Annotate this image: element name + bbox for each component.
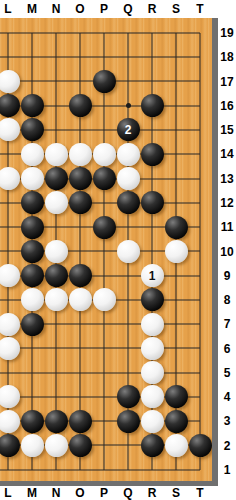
white-stone-L7	[0, 313, 20, 336]
intersection-N3[interactable]	[44, 409, 68, 433]
black-stone-O12	[69, 191, 92, 214]
intersection-S18[interactable]	[164, 45, 188, 69]
intersection-M1[interactable]	[20, 458, 44, 482]
intersection-N17[interactable]	[44, 69, 68, 93]
intersection-M9[interactable]	[20, 263, 44, 287]
intersection-M6[interactable]	[20, 336, 44, 360]
intersection-N7[interactable]	[44, 312, 68, 336]
intersection-N12[interactable]	[44, 191, 68, 215]
intersection-P1[interactable]	[92, 458, 116, 482]
intersection-Q3[interactable]	[116, 409, 140, 433]
intersection-T15[interactable]	[188, 118, 212, 142]
intersection-L19[interactable]	[0, 21, 20, 45]
intersection-M11[interactable]	[20, 215, 44, 239]
intersection-L3[interactable]	[0, 409, 20, 433]
intersection-Q1[interactable]	[116, 458, 140, 482]
intersection-T8[interactable]	[188, 288, 212, 312]
white-stone-L17	[0, 70, 20, 93]
intersection-N9[interactable]	[44, 263, 68, 287]
board-grid: 21	[0, 21, 212, 482]
intersection-T17[interactable]	[188, 69, 212, 93]
black-stone-M7	[21, 313, 44, 336]
row-label-2: 2	[224, 439, 231, 453]
white-stone-M8	[21, 288, 44, 311]
intersection-O13[interactable]	[68, 166, 92, 190]
black-stone-P17	[93, 70, 116, 93]
black-stone-O3	[69, 410, 92, 433]
intersection-P7[interactable]	[92, 312, 116, 336]
col-label-bottom-L: L	[4, 486, 11, 500]
white-stone-R7	[141, 313, 164, 336]
intersection-P2[interactable]	[92, 433, 116, 457]
intersection-T7[interactable]	[188, 312, 212, 336]
col-label-bottom-Q: Q	[123, 486, 132, 500]
intersection-M17[interactable]	[20, 69, 44, 93]
intersection-N19[interactable]	[44, 21, 68, 45]
intersection-T14[interactable]	[188, 142, 212, 166]
intersection-P15[interactable]	[92, 118, 116, 142]
intersection-R3[interactable]	[140, 409, 164, 433]
white-stone-N8	[45, 288, 68, 311]
intersection-O7[interactable]	[68, 312, 92, 336]
col-label-top-L: L	[4, 2, 11, 16]
black-stone-N3	[45, 410, 68, 433]
intersection-M12[interactable]	[20, 191, 44, 215]
intersection-L11[interactable]	[0, 215, 20, 239]
go-board: 21	[0, 18, 212, 481]
white-stone-Q10	[117, 240, 140, 263]
col-label-top-N: N	[52, 2, 61, 16]
column-labels-bottom: LMNOPQRST	[0, 486, 236, 500]
intersection-P9[interactable]	[92, 263, 116, 287]
white-stone-S10	[165, 240, 188, 263]
white-stone-O8	[69, 288, 92, 311]
intersection-P13[interactable]	[92, 166, 116, 190]
intersection-Q17[interactable]	[116, 69, 140, 93]
black-stone-R2	[141, 434, 164, 457]
black-stone-O2	[69, 434, 92, 457]
intersection-M19[interactable]	[20, 21, 44, 45]
black-stone-R12	[141, 191, 164, 214]
intersection-L5[interactable]	[0, 361, 20, 385]
black-stone-R16	[141, 94, 164, 117]
intersection-S11[interactable]	[164, 215, 188, 239]
row-label-15: 15	[220, 123, 233, 137]
intersection-T11[interactable]	[188, 215, 212, 239]
row-labels-right: 19181716151413121110987654321	[218, 0, 236, 500]
intersection-S1[interactable]	[164, 458, 188, 482]
intersection-S9[interactable]	[164, 263, 188, 287]
intersection-Q2[interactable]	[116, 433, 140, 457]
intersection-T13[interactable]	[188, 166, 212, 190]
white-stone-P14	[93, 143, 116, 166]
intersection-L6[interactable]	[0, 336, 20, 360]
intersection-P12[interactable]	[92, 191, 116, 215]
intersection-Q8[interactable]	[116, 288, 140, 312]
black-stone-M3	[21, 410, 44, 433]
col-label-bottom-S: S	[172, 486, 180, 500]
intersection-S10[interactable]	[164, 239, 188, 263]
intersection-T1[interactable]	[188, 458, 212, 482]
white-stone-N14	[45, 143, 68, 166]
star-point-Q16	[126, 103, 131, 108]
intersection-S12[interactable]	[164, 191, 188, 215]
intersection-N6[interactable]	[44, 336, 68, 360]
intersection-O2[interactable]	[68, 433, 92, 457]
intersection-M4[interactable]	[20, 385, 44, 409]
black-stone-L16	[0, 94, 20, 117]
row-label-3: 3	[224, 414, 231, 428]
row-label-11: 11	[221, 220, 234, 234]
intersection-Q18[interactable]	[116, 45, 140, 69]
row-label-18: 18	[220, 50, 233, 64]
row-label-8: 8	[224, 293, 231, 307]
white-stone-N2	[45, 434, 68, 457]
white-stone-R9: 1	[141, 264, 164, 287]
go-board-viewer: 21 LMNOPQRST 191817161514131211109876543…	[0, 0, 236, 500]
intersection-L9[interactable]	[0, 263, 20, 287]
intersection-L12[interactable]	[0, 191, 20, 215]
intersection-O15[interactable]	[68, 118, 92, 142]
intersection-Q5[interactable]	[116, 361, 140, 385]
black-stone-T2	[189, 434, 212, 457]
white-stone-L13	[0, 167, 20, 190]
intersection-R19[interactable]	[140, 21, 164, 45]
black-stone-R14	[141, 143, 164, 166]
intersection-Q14[interactable]	[116, 142, 140, 166]
black-stone-M10	[21, 240, 44, 263]
intersection-M10[interactable]	[20, 239, 44, 263]
intersection-N11[interactable]	[44, 215, 68, 239]
intersection-T3[interactable]	[188, 409, 212, 433]
black-stone-O9	[69, 264, 92, 287]
intersection-N10[interactable]	[44, 239, 68, 263]
intersection-O6[interactable]	[68, 336, 92, 360]
black-stone-M11	[21, 216, 44, 239]
intersection-O16[interactable]	[68, 94, 92, 118]
intersection-O5[interactable]	[68, 361, 92, 385]
intersection-L17[interactable]	[0, 69, 20, 93]
intersection-L10[interactable]	[0, 239, 20, 263]
intersection-S2[interactable]	[164, 433, 188, 457]
intersection-T6[interactable]	[188, 336, 212, 360]
intersection-L16[interactable]	[0, 94, 20, 118]
intersection-P5[interactable]	[92, 361, 116, 385]
intersection-Q6[interactable]	[116, 336, 140, 360]
black-stone-S4	[165, 385, 188, 408]
black-stone-L2	[0, 434, 20, 457]
intersection-L2[interactable]	[0, 433, 20, 457]
intersection-P16[interactable]	[92, 94, 116, 118]
col-label-top-R: R	[148, 2, 157, 16]
intersection-O1[interactable]	[68, 458, 92, 482]
intersection-S14[interactable]	[164, 142, 188, 166]
intersection-L8[interactable]	[0, 288, 20, 312]
intersection-Q10[interactable]	[116, 239, 140, 263]
intersection-N13[interactable]	[44, 166, 68, 190]
black-stone-M16	[21, 94, 44, 117]
white-stone-R5	[141, 361, 164, 384]
intersection-T2[interactable]	[188, 433, 212, 457]
col-label-top-Q: Q	[123, 2, 132, 16]
col-label-bottom-R: R	[148, 486, 157, 500]
intersection-Q12[interactable]	[116, 191, 140, 215]
white-stone-L15	[0, 118, 20, 141]
col-label-top-P: P	[100, 2, 108, 16]
intersection-S13[interactable]	[164, 166, 188, 190]
black-stone-N9	[45, 264, 68, 287]
right-divider	[212, 18, 218, 486]
black-stone-O16	[69, 94, 92, 117]
intersection-M5[interactable]	[20, 361, 44, 385]
intersection-Q15[interactable]: 2	[116, 118, 140, 142]
white-stone-R3	[141, 410, 164, 433]
black-stone-Q12	[117, 191, 140, 214]
white-stone-Q14	[117, 143, 140, 166]
intersection-R7[interactable]	[140, 312, 164, 336]
black-stone-S11	[165, 216, 188, 239]
white-stone-M14	[21, 143, 44, 166]
intersection-T9[interactable]	[188, 263, 212, 287]
row-label-7: 7	[224, 317, 231, 331]
intersection-O12[interactable]	[68, 191, 92, 215]
intersection-R10[interactable]	[140, 239, 164, 263]
intersection-M13[interactable]	[20, 166, 44, 190]
intersection-P18[interactable]	[92, 45, 116, 69]
black-stone-O13	[69, 167, 92, 190]
col-label-bottom-P: P	[100, 486, 108, 500]
intersection-S16[interactable]	[164, 94, 188, 118]
col-label-bottom-N: N	[52, 486, 61, 500]
intersection-R16[interactable]	[140, 94, 164, 118]
intersection-M15[interactable]	[20, 118, 44, 142]
black-stone-Q15: 2	[117, 118, 140, 141]
intersection-R4[interactable]	[140, 385, 164, 409]
white-stone-L6	[0, 337, 20, 360]
intersection-T12[interactable]	[188, 191, 212, 215]
row-label-4: 4	[224, 390, 231, 404]
black-stone-Q3	[117, 410, 140, 433]
intersection-P17[interactable]	[92, 69, 116, 93]
intersection-R1[interactable]	[140, 458, 164, 482]
white-stone-L4	[0, 385, 20, 408]
intersection-S8[interactable]	[164, 288, 188, 312]
intersection-M16[interactable]	[20, 94, 44, 118]
intersection-L1[interactable]	[0, 458, 20, 482]
white-stone-O14	[69, 143, 92, 166]
row-label-19: 19	[220, 26, 233, 40]
intersection-O10[interactable]	[68, 239, 92, 263]
col-label-bottom-O: O	[75, 486, 84, 500]
intersection-L13[interactable]	[0, 166, 20, 190]
intersection-O17[interactable]	[68, 69, 92, 93]
intersection-M8[interactable]	[20, 288, 44, 312]
intersection-Q19[interactable]	[116, 21, 140, 45]
intersection-O4[interactable]	[68, 385, 92, 409]
intersection-P6[interactable]	[92, 336, 116, 360]
intersection-Q4[interactable]	[116, 385, 140, 409]
white-stone-Q13	[117, 167, 140, 190]
intersection-P3[interactable]	[92, 409, 116, 433]
white-stone-N10	[45, 240, 68, 263]
intersection-R13[interactable]	[140, 166, 164, 190]
intersection-M2[interactable]	[20, 433, 44, 457]
white-stone-S2	[165, 434, 188, 457]
row-label-10: 10	[220, 245, 233, 259]
intersection-N14[interactable]	[44, 142, 68, 166]
intersection-R17[interactable]	[140, 69, 164, 93]
row-label-12: 12	[220, 196, 233, 210]
white-stone-R4	[141, 385, 164, 408]
black-stone-M12	[21, 191, 44, 214]
intersection-L18[interactable]	[0, 45, 20, 69]
intersection-S17[interactable]	[164, 69, 188, 93]
col-label-top-S: S	[172, 2, 180, 16]
intersection-N1[interactable]	[44, 458, 68, 482]
black-stone-P11	[93, 216, 116, 239]
row-label-6: 6	[224, 342, 231, 356]
intersection-T10[interactable]	[188, 239, 212, 263]
intersection-R14[interactable]	[140, 142, 164, 166]
intersection-N5[interactable]	[44, 361, 68, 385]
black-stone-M15	[21, 118, 44, 141]
intersection-N18[interactable]	[44, 45, 68, 69]
intersection-R15[interactable]	[140, 118, 164, 142]
intersection-M3[interactable]	[20, 409, 44, 433]
intersection-T18[interactable]	[188, 45, 212, 69]
intersection-M18[interactable]	[20, 45, 44, 69]
row-label-16: 16	[220, 99, 233, 113]
intersection-T4[interactable]	[188, 385, 212, 409]
intersection-R5[interactable]	[140, 361, 164, 385]
intersection-S6[interactable]	[164, 336, 188, 360]
intersection-Q7[interactable]	[116, 312, 140, 336]
white-stone-L3	[0, 410, 20, 433]
intersection-P10[interactable]	[92, 239, 116, 263]
intersection-N16[interactable]	[44, 94, 68, 118]
row-label-14: 14	[220, 147, 233, 161]
col-label-top-M: M	[27, 2, 37, 16]
move-number-label-R9: 1	[149, 270, 156, 282]
black-stone-R8	[141, 288, 164, 311]
black-stone-M9	[21, 264, 44, 287]
intersection-O14[interactable]	[68, 142, 92, 166]
intersection-S7[interactable]	[164, 312, 188, 336]
intersection-Q16[interactable]	[116, 94, 140, 118]
move-number-label-Q15: 2	[125, 124, 132, 136]
intersection-S19[interactable]	[164, 21, 188, 45]
intersection-Q13[interactable]	[116, 166, 140, 190]
white-stone-R6	[141, 337, 164, 360]
intersection-L4[interactable]	[0, 385, 20, 409]
black-stone-S3	[165, 410, 188, 433]
intersection-S4[interactable]	[164, 385, 188, 409]
intersection-R12[interactable]	[140, 191, 164, 215]
intersection-L7[interactable]	[0, 312, 20, 336]
intersection-T16[interactable]	[188, 94, 212, 118]
intersection-S15[interactable]	[164, 118, 188, 142]
black-stone-P13	[93, 167, 116, 190]
black-stone-Q4	[117, 385, 140, 408]
intersection-R2[interactable]	[140, 433, 164, 457]
intersection-L14[interactable]	[0, 142, 20, 166]
col-label-top-T: T	[196, 2, 203, 16]
intersection-R8[interactable]	[140, 288, 164, 312]
intersection-O11[interactable]	[68, 215, 92, 239]
intersection-M7[interactable]	[20, 312, 44, 336]
white-stone-L9	[0, 264, 20, 287]
row-label-5: 5	[224, 366, 231, 380]
intersection-O8[interactable]	[68, 288, 92, 312]
intersection-S3[interactable]	[164, 409, 188, 433]
intersection-R6[interactable]	[140, 336, 164, 360]
intersection-O19[interactable]	[68, 21, 92, 45]
intersection-T19[interactable]	[188, 21, 212, 45]
bottom-divider	[0, 481, 218, 486]
white-stone-M2	[21, 434, 44, 457]
white-stone-M13	[21, 167, 44, 190]
intersection-P14[interactable]	[92, 142, 116, 166]
row-label-9: 9	[224, 269, 231, 283]
intersection-O3[interactable]	[68, 409, 92, 433]
intersection-M14[interactable]	[20, 142, 44, 166]
intersection-P19[interactable]	[92, 21, 116, 45]
intersection-O9[interactable]	[68, 263, 92, 287]
white-stone-P8	[93, 288, 116, 311]
col-label-bottom-M: M	[27, 486, 37, 500]
column-labels-top: LMNOPQRST	[0, 0, 236, 18]
intersection-O18[interactable]	[68, 45, 92, 69]
intersection-R11[interactable]	[140, 215, 164, 239]
intersection-S5[interactable]	[164, 361, 188, 385]
white-stone-N12	[45, 191, 68, 214]
intersection-P4[interactable]	[92, 385, 116, 409]
intersection-P11[interactable]	[92, 215, 116, 239]
intersection-T5[interactable]	[188, 361, 212, 385]
row-label-17: 17	[220, 75, 233, 89]
intersection-Q11[interactable]	[116, 215, 140, 239]
intersection-L15[interactable]	[0, 118, 20, 142]
intersection-R9[interactable]: 1	[140, 263, 164, 287]
intersection-N2[interactable]	[44, 433, 68, 457]
intersection-N15[interactable]	[44, 118, 68, 142]
intersection-P8[interactable]	[92, 288, 116, 312]
intersection-N8[interactable]	[44, 288, 68, 312]
col-label-top-O: O	[75, 2, 84, 16]
intersection-Q9[interactable]	[116, 263, 140, 287]
row-label-1: 1	[224, 463, 231, 477]
black-stone-N13	[45, 167, 68, 190]
intersection-R18[interactable]	[140, 45, 164, 69]
col-label-bottom-T: T	[196, 486, 203, 500]
intersection-N4[interactable]	[44, 385, 68, 409]
row-label-13: 13	[220, 172, 233, 186]
